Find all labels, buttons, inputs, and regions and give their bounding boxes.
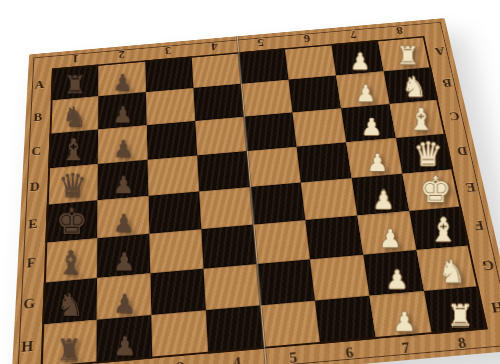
piece-white-pawn[interactable]: ♟ [392, 309, 416, 335]
square-d4[interactable] [197, 151, 250, 191]
square-g4[interactable] [204, 264, 261, 310]
square-a4[interactable] [192, 52, 241, 88]
square-g6[interactable] [310, 255, 369, 301]
piece-white-pawn[interactable]: ♟ [355, 82, 376, 105]
square-h8[interactable]: ♜ [424, 286, 488, 334]
rank-label-bottom-8: 8 [432, 329, 493, 357]
piece-black-rook[interactable]: ♜ [55, 335, 82, 364]
piece-black-knight[interactable]: ♞ [61, 103, 86, 131]
piece-black-rook[interactable]: ♜ [63, 72, 86, 97]
piece-white-knight[interactable]: ♞ [437, 257, 465, 288]
piece-black-pawn[interactable]: ♟ [112, 291, 135, 317]
photo-background: 12345678A♜♟♟♜AB♞♟♟♞BC♝♟♟♝CD♛♟♟♛DE♚♟♟♚EF♝… [0, 0, 500, 364]
file-label-right-d: D [446, 131, 480, 169]
square-a1[interactable]: ♜ [51, 64, 99, 100]
square-b5[interactable] [241, 80, 292, 117]
piece-white-queen[interactable]: ♛ [413, 138, 443, 171]
square-e5[interactable] [250, 183, 305, 225]
square-a6[interactable] [285, 44, 336, 80]
square-c5[interactable] [244, 112, 297, 151]
square-d6[interactable] [297, 142, 352, 182]
piece-white-bishop[interactable]: ♝ [428, 214, 457, 246]
square-h7[interactable]: ♟ [369, 291, 431, 339]
piece-black-pawn[interactable]: ♟ [112, 138, 133, 161]
file-label-left-e: E [19, 205, 47, 245]
square-f4[interactable] [201, 225, 256, 269]
piece-white-pawn[interactable]: ♟ [385, 267, 408, 293]
square-b2[interactable]: ♟ [98, 92, 147, 129]
piece-black-queen[interactable]: ♛ [57, 169, 87, 202]
square-h3[interactable] [151, 310, 208, 358]
square-a2[interactable]: ♟ [98, 60, 146, 96]
piece-white-king[interactable]: ♚ [419, 172, 451, 208]
square-e8[interactable]: ♚ [402, 169, 461, 211]
square-g3[interactable] [150, 269, 206, 315]
square-f5[interactable] [253, 220, 310, 264]
square-e3[interactable] [148, 191, 201, 233]
square-g5[interactable] [257, 259, 315, 305]
square-e4[interactable] [199, 187, 253, 229]
square-b1[interactable]: ♞ [49, 96, 98, 133]
square-b7[interactable]: ♟ [336, 71, 390, 108]
square-h5[interactable] [260, 301, 320, 349]
square-g7[interactable]: ♟ [363, 250, 424, 296]
square-g1[interactable]: ♞ [42, 278, 97, 324]
piece-black-bishop[interactable]: ♝ [59, 135, 86, 165]
piece-black-pawn[interactable]: ♟ [112, 71, 132, 93]
piece-black-pawn[interactable]: ♟ [113, 334, 137, 360]
piece-black-pawn[interactable]: ♟ [112, 104, 133, 127]
chess-board[interactable]: 12345678A♜♟♟♜AB♞♟♟♞BC♝♟♟♝CD♛♟♟♛DE♚♟♟♚EF♝… [11, 18, 500, 364]
square-c4[interactable] [195, 117, 247, 156]
piece-white-pawn[interactable]: ♟ [372, 188, 394, 213]
square-c8[interactable]: ♝ [390, 100, 446, 138]
file-label-left-f: F [17, 243, 46, 285]
piece-black-king[interactable]: ♚ [55, 204, 87, 240]
file-label-left-d: D [21, 168, 48, 207]
piece-black-knight[interactable]: ♞ [56, 290, 84, 321]
rank-label-bottom-7: 7 [376, 334, 436, 362]
file-label-left-h: H [12, 324, 42, 364]
square-b4[interactable] [193, 84, 243, 121]
piece-black-bishop[interactable]: ♝ [56, 247, 85, 279]
square-c1[interactable]: ♝ [48, 129, 98, 168]
square-e6[interactable] [301, 178, 357, 220]
piece-white-pawn[interactable]: ♟ [350, 50, 370, 72]
square-d7[interactable]: ♟ [346, 138, 402, 178]
square-f2[interactable]: ♟ [97, 234, 150, 278]
square-c7[interactable]: ♟ [341, 104, 396, 142]
piece-white-rook[interactable]: ♜ [446, 301, 473, 331]
square-d1[interactable]: ♛ [47, 164, 98, 205]
square-h6[interactable] [315, 296, 376, 344]
square-g2[interactable]: ♟ [97, 273, 152, 319]
piece-white-pawn[interactable]: ♟ [378, 226, 401, 251]
square-g8[interactable]: ♞ [416, 245, 478, 291]
square-a7[interactable]: ♟ [331, 40, 383, 75]
square-f7[interactable]: ♟ [357, 211, 416, 255]
file-label-right-f: F [461, 204, 497, 245]
file-label-left-b: B [25, 100, 51, 135]
square-a3[interactable] [145, 56, 193, 92]
piece-white-pawn[interactable]: ♟ [360, 116, 381, 139]
file-label-left-a: A [27, 69, 52, 103]
square-b6[interactable] [289, 75, 342, 112]
file-label-left-g: G [14, 283, 43, 327]
square-d3[interactable] [148, 155, 200, 195]
square-b8[interactable]: ♞ [384, 67, 439, 104]
square-b3[interactable] [146, 88, 195, 125]
square-f3[interactable] [149, 229, 203, 273]
square-h1[interactable]: ♜ [41, 320, 97, 364]
piece-white-bishop[interactable]: ♝ [407, 105, 434, 135]
file-label-left-c: C [23, 134, 50, 171]
square-c2[interactable]: ♟ [98, 125, 148, 164]
piece-black-pawn[interactable]: ♟ [112, 211, 134, 236]
piece-white-knight[interactable]: ♞ [401, 73, 426, 101]
square-h2[interactable]: ♟ [96, 315, 152, 364]
square-e7[interactable]: ♟ [352, 174, 410, 216]
square-e2[interactable]: ♟ [97, 196, 149, 238]
square-f8[interactable]: ♝ [409, 206, 469, 250]
square-h4[interactable] [206, 305, 264, 353]
square-d8[interactable]: ♛ [396, 134, 453, 174]
piece-black-pawn[interactable]: ♟ [112, 250, 135, 275]
square-c3[interactable] [147, 121, 198, 160]
piece-white-rook[interactable]: ♜ [396, 43, 419, 68]
square-c6[interactable] [292, 108, 346, 147]
piece-white-pawn[interactable]: ♟ [366, 151, 388, 175]
square-d5[interactable] [247, 147, 301, 187]
square-d2[interactable]: ♟ [98, 160, 149, 201]
square-a8[interactable]: ♜ [378, 36, 431, 71]
rank-label-bottom-5: 5 [264, 344, 323, 364]
square-a5[interactable] [238, 48, 288, 84]
square-f6[interactable] [305, 216, 363, 260]
square-e1[interactable]: ♚ [45, 200, 97, 242]
piece-black-pawn[interactable]: ♟ [112, 173, 134, 197]
square-f1[interactable]: ♝ [44, 238, 98, 282]
